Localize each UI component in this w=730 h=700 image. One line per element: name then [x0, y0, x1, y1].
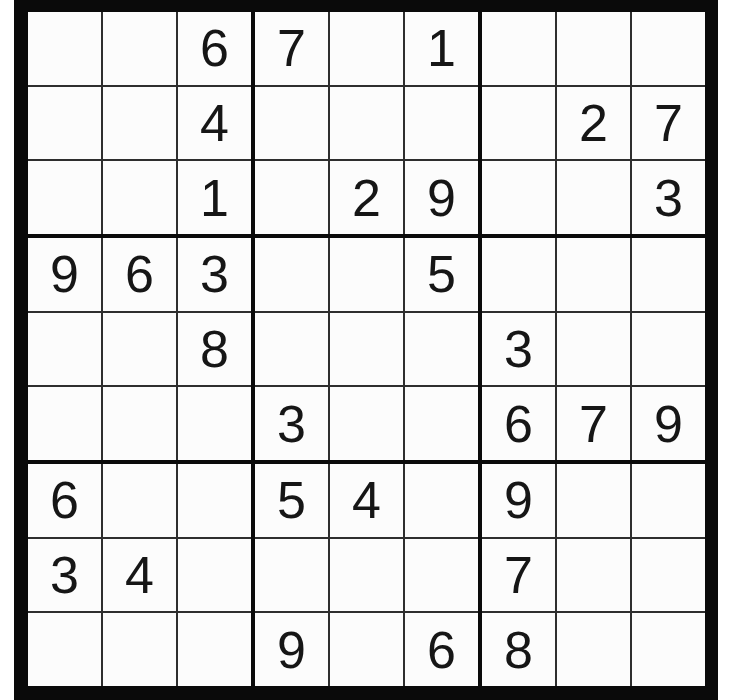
cell-r1c9[interactable] — [632, 12, 705, 85]
cell-r5c7[interactable]: 3 — [482, 313, 555, 386]
cell-r5c5[interactable] — [330, 313, 403, 386]
cell-r7c9[interactable] — [632, 464, 705, 537]
cell-r8c5[interactable] — [330, 539, 403, 612]
cell-r5c3[interactable]: 8 — [178, 313, 251, 386]
cell-r5c2[interactable] — [103, 313, 176, 386]
cell-r3c6[interactable]: 9 — [405, 161, 478, 234]
cell-r2c3[interactable]: 4 — [178, 87, 251, 160]
cell-r2c5[interactable] — [330, 87, 403, 160]
cell-r1c4[interactable]: 7 — [255, 12, 328, 85]
box-r1c3: 273 — [482, 12, 705, 234]
cell-r1c7[interactable] — [482, 12, 555, 85]
cell-r6c4[interactable]: 3 — [255, 387, 328, 460]
cell-r2c8[interactable]: 2 — [557, 87, 630, 160]
box-r1c2: 7129 — [255, 12, 478, 234]
cell-r4c4[interactable] — [255, 238, 328, 311]
cell-r2c7[interactable] — [482, 87, 555, 160]
cell-r7c5[interactable]: 4 — [330, 464, 403, 537]
cell-r6c6[interactable] — [405, 387, 478, 460]
cell-r7c8[interactable] — [557, 464, 630, 537]
cell-r9c9[interactable] — [632, 613, 705, 686]
box-r2c1: 9638 — [28, 238, 251, 460]
cell-r3c5[interactable]: 2 — [330, 161, 403, 234]
box-r3c1: 634 — [28, 464, 251, 686]
cell-r3c4[interactable] — [255, 161, 328, 234]
cell-r3c2[interactable] — [103, 161, 176, 234]
cell-r1c5[interactable] — [330, 12, 403, 85]
cell-r8c3[interactable] — [178, 539, 251, 612]
cell-r6c3[interactable] — [178, 387, 251, 460]
cell-r9c3[interactable] — [178, 613, 251, 686]
box-r2c2: 53 — [255, 238, 478, 460]
cell-r8c7[interactable]: 7 — [482, 539, 555, 612]
cell-r1c1[interactable] — [28, 12, 101, 85]
cell-r6c7[interactable]: 6 — [482, 387, 555, 460]
cell-r6c9[interactable]: 9 — [632, 387, 705, 460]
cell-r7c4[interactable]: 5 — [255, 464, 328, 537]
cell-r3c3[interactable]: 1 — [178, 161, 251, 234]
page-background: 641712927396385336796345496978 — [0, 0, 730, 700]
cell-r8c8[interactable] — [557, 539, 630, 612]
cell-r7c2[interactable] — [103, 464, 176, 537]
cell-r9c2[interactable] — [103, 613, 176, 686]
cell-r8c9[interactable] — [632, 539, 705, 612]
cell-r5c4[interactable] — [255, 313, 328, 386]
cell-r4c8[interactable] — [557, 238, 630, 311]
cell-r7c7[interactable]: 9 — [482, 464, 555, 537]
cell-r4c7[interactable] — [482, 238, 555, 311]
cell-r6c5[interactable] — [330, 387, 403, 460]
cell-r3c9[interactable]: 3 — [632, 161, 705, 234]
cell-r2c2[interactable] — [103, 87, 176, 160]
cell-r4c1[interactable]: 9 — [28, 238, 101, 311]
cell-r2c1[interactable] — [28, 87, 101, 160]
cell-r2c4[interactable] — [255, 87, 328, 160]
cell-r1c6[interactable]: 1 — [405, 12, 478, 85]
cell-r5c8[interactable] — [557, 313, 630, 386]
cell-r4c5[interactable] — [330, 238, 403, 311]
cell-r3c7[interactable] — [482, 161, 555, 234]
cell-r9c6[interactable]: 6 — [405, 613, 478, 686]
cell-r7c1[interactable]: 6 — [28, 464, 101, 537]
cell-r9c4[interactable]: 9 — [255, 613, 328, 686]
cell-r9c8[interactable] — [557, 613, 630, 686]
cell-r4c3[interactable]: 3 — [178, 238, 251, 311]
cell-r4c9[interactable] — [632, 238, 705, 311]
box-r3c2: 5496 — [255, 464, 478, 686]
cell-r8c2[interactable]: 4 — [103, 539, 176, 612]
cell-r9c1[interactable] — [28, 613, 101, 686]
box-r2c3: 3679 — [482, 238, 705, 460]
cell-r9c5[interactable] — [330, 613, 403, 686]
cell-r8c1[interactable]: 3 — [28, 539, 101, 612]
cell-r5c9[interactable] — [632, 313, 705, 386]
cell-r3c8[interactable] — [557, 161, 630, 234]
cell-r7c3[interactable] — [178, 464, 251, 537]
cell-r6c8[interactable]: 7 — [557, 387, 630, 460]
cell-r7c6[interactable] — [405, 464, 478, 537]
sudoku-board-grid: 641712927396385336796345496978 — [28, 12, 705, 686]
cell-r6c1[interactable] — [28, 387, 101, 460]
cell-r1c8[interactable] — [557, 12, 630, 85]
cell-r1c3[interactable]: 6 — [178, 12, 251, 85]
sudoku-board: 641712927396385336796345496978 — [14, 0, 718, 700]
cell-r4c6[interactable]: 5 — [405, 238, 478, 311]
cell-r4c2[interactable]: 6 — [103, 238, 176, 311]
cell-r1c2[interactable] — [103, 12, 176, 85]
cell-r5c6[interactable] — [405, 313, 478, 386]
cell-r8c6[interactable] — [405, 539, 478, 612]
cell-r2c9[interactable]: 7 — [632, 87, 705, 160]
box-r3c3: 978 — [482, 464, 705, 686]
cell-r3c1[interactable] — [28, 161, 101, 234]
cell-r5c1[interactable] — [28, 313, 101, 386]
cell-r2c6[interactable] — [405, 87, 478, 160]
cell-r8c4[interactable] — [255, 539, 328, 612]
cell-r6c2[interactable] — [103, 387, 176, 460]
box-r1c1: 641 — [28, 12, 251, 234]
cell-r9c7[interactable]: 8 — [482, 613, 555, 686]
